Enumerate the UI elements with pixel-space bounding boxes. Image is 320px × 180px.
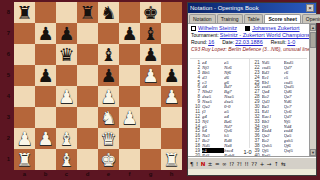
square-d6[interactable]	[77, 44, 98, 65]
annotation-symbol-8[interactable]: !!	[244, 159, 248, 169]
white-player-link[interactable]: Wilhelm Steinitz	[198, 25, 237, 31]
square-d1[interactable]	[77, 149, 98, 170]
square-e6[interactable]: ♝	[98, 44, 119, 65]
window-titlebar[interactable]: Notation - Openings Book ×	[188, 3, 316, 13]
scoresheet-content: Wilhelm Steinitz Johannes Zukertort Tour…	[188, 24, 316, 157]
square-f3[interactable]: ♟	[119, 107, 140, 128]
scroll-down-icon[interactable]: ▼	[310, 149, 316, 156]
square-e3[interactable]: ♞	[98, 107, 119, 128]
file-label-f: f	[119, 170, 140, 178]
square-h8[interactable]	[161, 2, 182, 23]
tab-training[interactable]: Training	[217, 14, 243, 23]
tab-score-sheet[interactable]: Score sheet	[264, 14, 300, 23]
black-pawn-g6[interactable]: ♟	[142, 44, 158, 65]
black-pawn-b5[interactable]: ♟	[37, 65, 53, 86]
square-c7[interactable]: ♟	[56, 23, 77, 44]
black-player-link[interactable]: Johannes Zukertort	[252, 25, 299, 31]
black-knight-e8[interactable]: ♞	[100, 2, 116, 23]
move-column-2: 21Nd5Bxd522cxd5Qd723Bd3c624Rc1c525Rb1cxd…	[249, 59, 308, 148]
square-h7[interactable]	[161, 23, 182, 44]
close-icon[interactable]: ×	[306, 4, 314, 12]
rank-label-4: 4	[4, 86, 13, 107]
players-row: Wilhelm Steinitz Johannes Zukertort	[188, 24, 316, 31]
square-h6[interactable]	[161, 44, 182, 65]
square-d8[interactable]: ♜	[77, 2, 98, 23]
annotation-symbol-7[interactable]: ?!	[237, 159, 242, 169]
move-list[interactable]: 1e4e52Nf3Nc63Bb5Nf64d3d65c3g66d4Bd77Nbd2…	[190, 58, 307, 148]
result-footer: 1-0	[188, 149, 307, 155]
black-pawn-c7[interactable]: ♟	[58, 23, 74, 44]
annotation-symbol-11[interactable]: →	[267, 159, 272, 169]
tournament-link[interactable]: Steinitz - Zukertort World Championship	[220, 32, 316, 38]
white-rook-h1[interactable]: ♜	[163, 149, 179, 170]
white-king-e1[interactable]: ♚	[100, 149, 116, 170]
square-a8[interactable]: ♜	[14, 2, 35, 23]
square-c6[interactable]: ♛	[56, 44, 77, 65]
square-f8[interactable]	[119, 2, 140, 23]
square-d7[interactable]	[77, 23, 98, 44]
square-f7[interactable]: ♟	[119, 23, 140, 44]
annotation-symbol-12[interactable]: ↑	[274, 159, 279, 169]
square-g5[interactable]: ♟	[140, 65, 161, 86]
square-f1[interactable]	[119, 149, 140, 170]
black-rook-d8[interactable]: ♜	[79, 2, 95, 23]
date-label: Date:	[222, 39, 234, 45]
round-label: Round:	[191, 39, 207, 45]
square-g7[interactable]: ♝	[140, 23, 161, 44]
square-a2[interactable]: ♟	[14, 128, 35, 149]
black-bishop-g7[interactable]: ♝	[142, 23, 158, 44]
square-a7[interactable]	[14, 23, 35, 44]
file-label-g: g	[140, 170, 161, 178]
rank-label-5: 5	[4, 65, 13, 86]
tab-bar: NotationTrainingTableScore sheetOpenings…	[188, 13, 316, 24]
annotation-symbol-1[interactable]: !	[196, 159, 198, 169]
annotation-symbol-5[interactable]: ∞	[222, 159, 227, 169]
white-pawn-g5[interactable]: ♟	[142, 65, 158, 86]
tournament-label: Tournament:	[191, 32, 219, 38]
square-h5[interactable]: ♟	[161, 65, 182, 86]
square-e5[interactable]: ♟	[98, 65, 119, 86]
white-pawn-f3[interactable]: ♟	[121, 107, 137, 128]
round-value[interactable]: 16	[208, 39, 214, 45]
square-a6[interactable]	[14, 44, 35, 65]
square-b3[interactable]	[35, 107, 56, 128]
white-pawn-c4[interactable]: ♟	[58, 86, 74, 107]
black-pawn-f7[interactable]: ♟	[121, 23, 137, 44]
square-c5[interactable]	[56, 65, 77, 86]
black-color-box[interactable]	[245, 26, 250, 31]
round-date-result-row: Round: 16 Date: 22.03.1886 Result: 1-0	[188, 38, 316, 45]
square-b4[interactable]	[35, 86, 56, 107]
white-pawn-a2[interactable]: ♟	[16, 128, 32, 149]
black-pawn-h5[interactable]: ♟	[163, 65, 179, 86]
white-pawn-e4[interactable]: ♟	[100, 86, 116, 107]
square-a5[interactable]	[14, 65, 35, 86]
white-pawn-b2[interactable]: ♟	[37, 128, 53, 149]
file-label-h: h	[161, 170, 182, 178]
annotation-symbol-3[interactable]: ±	[208, 159, 213, 169]
black-rook-a8[interactable]: ♜	[16, 2, 32, 23]
black-bishop-e6[interactable]: ♝	[100, 44, 116, 65]
square-b8[interactable]	[35, 2, 56, 23]
rank-label-2: 2	[4, 128, 13, 149]
file-label-c: c	[56, 170, 77, 178]
move-column-1: 1e4e52Nf3Nc63Bb5Nf64d3d65c3g66d4Bd77Nbd2…	[190, 59, 249, 148]
square-a1[interactable]: ♜	[14, 149, 35, 170]
square-e8[interactable]: ♞	[98, 2, 119, 23]
square-f5[interactable]	[119, 65, 140, 86]
black-pawn-e5[interactable]: ♟	[100, 65, 116, 86]
square-b2[interactable]: ♟	[35, 128, 56, 149]
white-knight-e3[interactable]: ♞	[100, 107, 116, 128]
white-queen-e2[interactable]: ♛	[100, 128, 116, 149]
rank-label-1: 1	[4, 149, 13, 170]
square-c3[interactable]	[56, 107, 77, 128]
square-h2[interactable]	[161, 128, 182, 149]
square-g1[interactable]	[140, 149, 161, 170]
scroll-up-icon[interactable]: ▲	[310, 24, 316, 31]
file-label-e: e	[98, 170, 119, 178]
black-pawn-b7[interactable]: ♟	[37, 23, 53, 44]
square-c4[interactable]: ♟	[56, 86, 77, 107]
annotation-symbol-9[interactable]: ??	[251, 159, 257, 169]
annotation-symbol-10[interactable]: +	[260, 159, 265, 169]
square-g6[interactable]: ♟	[140, 44, 161, 65]
square-g4[interactable]	[140, 86, 161, 107]
annotation-symbol-6[interactable]: !?	[229, 159, 234, 169]
file-label-b: b	[35, 170, 56, 178]
rank-label-6: 6	[4, 44, 13, 65]
square-a3[interactable]	[14, 107, 35, 128]
file-label-a: a	[14, 170, 35, 178]
annotation-symbol-0[interactable]: ¶	[190, 159, 194, 169]
square-c2[interactable]: ♝	[56, 128, 77, 149]
notation-scrollbar[interactable]: ▲ ▼	[309, 24, 316, 156]
white-bishop-c2[interactable]: ♝	[58, 128, 74, 149]
annotation-toolbar: ¶!N±=∞!??!!!??+→↑⇆	[188, 157, 316, 169]
square-d5[interactable]	[77, 65, 98, 86]
rank-label-3: 3	[4, 107, 13, 128]
black-king-g8[interactable]: ♚	[142, 2, 158, 23]
square-d4[interactable]	[77, 86, 98, 107]
white-bishop-c1[interactable]: ♝	[58, 149, 74, 170]
square-h1[interactable]: ♜	[161, 149, 182, 170]
square-c1[interactable]: ♝	[56, 149, 77, 170]
file-label-d: d	[77, 170, 98, 178]
annotation-symbol-4[interactable]: =	[215, 159, 220, 169]
square-e1[interactable]: ♚	[98, 149, 119, 170]
square-d2[interactable]	[77, 128, 98, 149]
square-h3[interactable]	[161, 107, 182, 128]
black-queen-c6[interactable]: ♛	[58, 44, 74, 65]
square-b5[interactable]: ♟	[35, 65, 56, 86]
square-h4[interactable]: ♟	[161, 86, 182, 107]
tab-notation[interactable]: Notation	[189, 14, 216, 23]
white-pawn-h4[interactable]: ♟	[163, 86, 179, 107]
notation-window: Notation - Openings Book × NotationTrain…	[187, 2, 317, 176]
square-e2[interactable]: ♛	[98, 128, 119, 149]
tab-table[interactable]: Table	[244, 14, 264, 23]
date-value[interactable]: 22.03.1886	[235, 39, 263, 45]
square-b1[interactable]	[35, 149, 56, 170]
square-e4[interactable]: ♟	[98, 86, 119, 107]
tournament-row: Tournament: Steinitz - Zukertort World C…	[188, 31, 316, 38]
square-g8[interactable]: ♚	[140, 2, 161, 23]
square-d3[interactable]	[77, 107, 98, 128]
annotation-symbol-13[interactable]: ⇆	[281, 159, 286, 169]
square-c8[interactable]	[56, 2, 77, 23]
square-g3[interactable]	[140, 107, 161, 128]
rank-label-7: 7	[4, 23, 13, 44]
tab-openings-book[interactable]: Openings Book	[302, 14, 320, 23]
square-f4[interactable]	[119, 86, 140, 107]
white-rook-a1[interactable]: ♜	[16, 149, 32, 170]
rank-label-8: 8	[4, 2, 13, 23]
white-color-box[interactable]	[191, 26, 196, 31]
square-g2[interactable]	[140, 128, 161, 149]
square-a4[interactable]	[14, 86, 35, 107]
result-label: Result:	[271, 39, 287, 45]
square-e7[interactable]	[98, 23, 119, 44]
scrollbar-thumb[interactable]	[310, 32, 316, 48]
square-f6[interactable]	[119, 44, 140, 65]
annotation-symbol-2[interactable]: N	[201, 159, 206, 169]
square-b6[interactable]	[35, 44, 56, 65]
square-b7[interactable]: ♟	[35, 23, 56, 44]
chess-board[interactable]: ♜♜♞♚♟♟♟♝♛♝♟♟♟♟♟♟♟♟♞♟♟♟♝♛♜♝♚♜	[14, 2, 182, 170]
eco-opening-line[interactable]: C93 Ruy Lopez: Berlin Defence (3...Nf6),…	[188, 45, 316, 53]
square-f2[interactable]	[119, 128, 140, 149]
result-value[interactable]: 1-0	[287, 39, 295, 45]
window-title: Notation - Openings Book	[190, 5, 306, 11]
